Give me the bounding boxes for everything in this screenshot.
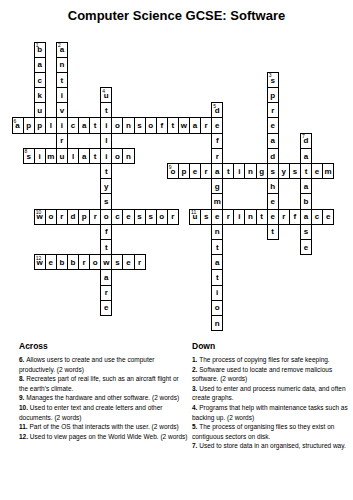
cell-letter: m (325, 168, 332, 176)
grid-cell[interactable]: t (211, 239, 223, 255)
cell-letter: i (238, 213, 240, 221)
clue-text: Recreates part of real life, such as an … (19, 375, 179, 392)
cell-letter: w (103, 259, 109, 267)
grid-cell[interactable]: e (267, 117, 279, 133)
grid-cell[interactable]: g (211, 178, 223, 194)
cell-letter: t (105, 244, 108, 252)
grid-cell[interactable]: f (211, 133, 223, 149)
grid-cell[interactable]: n (211, 315, 223, 331)
cell-letter: a (304, 153, 308, 161)
cell-letter: y (282, 168, 286, 176)
cell-letter: o (148, 122, 153, 130)
crossword-grid: 1b2aanct3ski4upuvt5dr6applicationsoftwar… (12, 42, 334, 331)
cell-letter: e (49, 259, 53, 267)
cell-letter: o (115, 122, 120, 130)
clue-text: The process of copying files for safe ke… (199, 356, 329, 363)
clue-text: Allows users to create and use the compu… (19, 356, 155, 373)
cell-letter: e (215, 122, 219, 130)
cell-letter: c (38, 77, 42, 85)
cell-letter: t (94, 122, 97, 130)
grid-cell[interactable]: r (100, 285, 112, 301)
clue-item: 7. Used to store data in an organised, s… (192, 441, 353, 451)
cell-letter: n (215, 320, 220, 328)
grid-cell[interactable]: a (34, 57, 46, 73)
down-clue-list: 1. The process of copying files for safe… (192, 355, 353, 451)
cell-letter: e (126, 213, 130, 221)
crossword-page: Computer Science GCSE: Software 1b2aanct… (0, 0, 353, 500)
cell-number-label: 11 (191, 210, 196, 215)
clue-text: Used to enter text and create letters an… (19, 404, 162, 421)
cell-letter: y (104, 183, 108, 191)
cell-letter: k (38, 92, 42, 100)
cell-letter: e (326, 213, 330, 221)
cell-letter: s (148, 213, 152, 221)
clue-text: Used to view pages on the World Wide Web… (30, 433, 188, 440)
cell-letter: d (270, 153, 275, 161)
grid-cell[interactable]: a (267, 133, 279, 149)
cell-number-label: 10 (36, 210, 42, 215)
cell-letter: a (215, 259, 219, 267)
grid-cell[interactable]: 3s (267, 72, 279, 88)
cell-letter: o (104, 213, 109, 221)
clue-item: 9. Manages the hardware and other softwa… (19, 393, 189, 403)
clue-item: 2. Software used to locate and remove ma… (192, 365, 353, 384)
clue-item: 12. Used to view pages on the World Wide… (19, 432, 189, 442)
grid-cell[interactable]: s (100, 193, 112, 209)
cell-letter: t (305, 168, 308, 176)
grid-cell[interactable]: t (56, 72, 68, 88)
down-clues-section: Down 1. The process of copying files for… (192, 341, 353, 451)
cell-letter: e (215, 213, 219, 221)
cell-letter: d (71, 213, 76, 221)
clue-text: The process of organising files so they … (192, 423, 334, 440)
cell-number-label: 8 (25, 149, 28, 154)
cell-letter: b (304, 198, 309, 206)
cell-letter: r (205, 122, 208, 130)
cell-letter: g (259, 168, 264, 176)
down-heading: Down (192, 341, 353, 351)
cell-letter: t (260, 213, 263, 221)
cell-letter: n (59, 61, 64, 69)
cell-letter: c (315, 213, 319, 221)
clue-item: 6. Allows users to create and use the co… (19, 355, 189, 374)
grid-cell[interactable]: a (100, 269, 112, 285)
grid-cell[interactable]: t (100, 163, 112, 179)
grid-cell[interactable]: b (300, 193, 312, 209)
grid-cell[interactable]: e (300, 239, 312, 255)
cell-letter: u (37, 107, 42, 115)
cell-letter: f (294, 213, 297, 221)
cell-letter: o (115, 153, 120, 161)
clue-item: 5. The process of organising files so th… (192, 422, 353, 441)
cell-letter: r (205, 168, 208, 176)
grid-cell[interactable]: u (34, 102, 46, 118)
clue-text: Software used to locate and remove malic… (192, 366, 332, 383)
grid-cell[interactable]: o (211, 300, 223, 316)
clue-item: 4. Programs that help with maintenance t… (192, 403, 353, 422)
cell-letter: e (304, 244, 308, 252)
grid-cell[interactable]: 2a (56, 42, 68, 58)
grid-cell[interactable]: v (56, 102, 68, 118)
grid-cell[interactable]: e (211, 117, 223, 133)
cell-letter: h (270, 183, 275, 191)
grid-cell[interactable]: t (100, 102, 112, 118)
cell-letter: s (293, 168, 297, 176)
cell-letter: p (182, 168, 187, 176)
cell-letter: f (105, 228, 108, 236)
grid-cell[interactable]: r (211, 148, 223, 164)
grid-cell[interactable]: a (300, 148, 312, 164)
cell-letter: i (39, 153, 41, 161)
cell-letter: e (126, 259, 130, 267)
cell-letter: r (216, 153, 219, 161)
cell-letter: l (72, 153, 74, 161)
cell-letter: r (171, 213, 174, 221)
clue-number: 10. (19, 404, 30, 411)
cell-letter: t (216, 274, 219, 282)
cell-letter: t (271, 228, 274, 236)
cell-letter: p (37, 122, 42, 130)
across-clue-list: 6. Allows users to create and use the co… (19, 355, 189, 441)
cell-letter: e (315, 168, 319, 176)
cell-number-label: 2 (58, 43, 61, 48)
cell-letter: i (216, 289, 218, 297)
cell-letter: b (71, 259, 76, 267)
cell-letter: r (105, 289, 108, 297)
grid-cell[interactable]: n (56, 57, 68, 73)
cell-letter: n (126, 122, 131, 130)
grid-cell[interactable]: f (100, 224, 112, 240)
grid-cell[interactable]: 4u (100, 87, 112, 103)
grid-cell[interactable]: m (322, 163, 334, 179)
grid-cell[interactable]: t (267, 224, 279, 240)
cell-letter: a (104, 274, 108, 282)
grid-cell[interactable]: d (267, 148, 279, 164)
cell-letter: r (271, 107, 274, 115)
cell-letter: r (94, 213, 97, 221)
cell-letter: a (82, 153, 86, 161)
cell-number-label: 5 (213, 104, 216, 109)
grid-cell[interactable]: a (300, 178, 312, 194)
cell-letter: s (270, 168, 274, 176)
cell-letter: r (83, 259, 86, 267)
cell-letter: u (59, 153, 64, 161)
cell-letter: i (105, 153, 107, 161)
cell-letter: o (48, 213, 53, 221)
clue-number: 11. (19, 423, 29, 430)
cell-number-label: 4 (102, 89, 105, 94)
cell-letter: c (71, 122, 75, 130)
grid-cell[interactable]: r (267, 102, 279, 118)
cell-letter: a (215, 168, 219, 176)
cell-letter: p (26, 122, 31, 130)
cell-letter: c (115, 213, 119, 221)
cell-letter: p (270, 92, 275, 100)
cell-letter: m (47, 153, 54, 161)
clue-item: 3. Used to enter and process numeric dat… (192, 384, 353, 403)
cell-number-label: 1 (36, 43, 39, 48)
cell-letter: n (248, 168, 253, 176)
grid-cell[interactable]: r (134, 254, 146, 270)
cell-letter: r (60, 137, 63, 145)
cell-letter: a (304, 183, 308, 191)
clue-text: Part of the OS that interacts with the u… (29, 423, 178, 430)
cell-letter: p (82, 213, 87, 221)
clue-text: Used to enter and process numeric data, … (192, 385, 346, 402)
clue-item: 10. Used to enter text and create letter… (19, 403, 189, 422)
grid-cell[interactable]: t (100, 239, 112, 255)
grid-cell[interactable]: r (167, 209, 179, 225)
cell-letter: t (61, 77, 64, 85)
cell-number-label: 6 (14, 119, 17, 124)
cell-letter: i (61, 122, 63, 130)
cell-letter: s (304, 228, 308, 236)
cell-letter: e (104, 304, 108, 312)
cell-letter: s (137, 213, 141, 221)
cell-letter: t (105, 168, 108, 176)
clue-item: 8. Recreates part of real life, such as … (19, 374, 189, 393)
cell-letter: t (227, 168, 230, 176)
cell-letter: r (282, 213, 285, 221)
cell-letter: s (104, 198, 108, 206)
grid-cell[interactable]: l (100, 133, 112, 149)
grid-cell[interactable]: n (211, 224, 223, 240)
cell-letter: e (193, 168, 197, 176)
cell-letter: a (304, 213, 308, 221)
cell-letter: r (138, 259, 141, 267)
cell-letter: e (270, 198, 274, 206)
cell-number-label: 9 (169, 165, 172, 170)
grid-cell[interactable]: s (300, 224, 312, 240)
cell-letter: g (215, 183, 220, 191)
grid-cell[interactable]: i (211, 285, 223, 301)
clue-text: Manages the hardware and other software.… (26, 394, 179, 401)
grid-cell[interactable]: e (100, 300, 112, 316)
grid-cell[interactable]: k (34, 87, 46, 103)
cell-letter: i (105, 122, 107, 130)
cell-letter: r (60, 213, 63, 221)
cell-letter: s (115, 259, 119, 267)
clue-item: 1. The process of copying files for safe… (192, 355, 353, 365)
cell-letter: a (193, 122, 197, 130)
across-heading: Across (19, 341, 189, 351)
cell-number-label: 12 (36, 256, 42, 261)
cell-letter: f (216, 137, 219, 145)
clue-text: Used to store data in an organised, stru… (199, 442, 346, 449)
cell-letter: o (159, 213, 164, 221)
cell-letter: i (238, 168, 240, 176)
grid-cell[interactable]: c (34, 72, 46, 88)
cell-number-label: 3 (269, 73, 272, 78)
grid-cell[interactable]: e (267, 193, 279, 209)
cell-letter: t (216, 244, 219, 252)
grid-cell[interactable]: r (56, 133, 68, 149)
cell-letter: a (38, 61, 42, 69)
cell-letter: l (105, 137, 107, 145)
cell-letter: n (215, 228, 220, 236)
page-title: Computer Science GCSE: Software (0, 8, 353, 23)
grid-cell[interactable]: p (267, 87, 279, 103)
grid-cell[interactable]: e (322, 209, 334, 225)
cell-letter: t (172, 122, 175, 130)
cell-letter: f (160, 122, 163, 130)
cell-letter: b (59, 259, 64, 267)
cell-letter: r (227, 213, 230, 221)
clue-item: 11. Part of the OS that interacts with t… (19, 422, 189, 432)
cell-letter: i (61, 92, 63, 100)
cell-letter: l (50, 122, 52, 130)
cell-letter: o (93, 259, 98, 267)
cell-letter: n (248, 213, 253, 221)
across-clues-section: Across 6. Allows users to create and use… (19, 341, 189, 441)
cell-letter: t (105, 107, 108, 115)
grid-cell[interactable]: t (211, 269, 223, 285)
cell-letter: o (215, 304, 220, 312)
grid-cell[interactable]: m (211, 193, 223, 209)
cell-letter: e (270, 122, 274, 130)
grid-cell[interactable]: 1b (34, 42, 46, 58)
cell-letter: m (214, 198, 221, 206)
grid-cell[interactable]: n (122, 148, 134, 164)
cell-letter: a (82, 122, 86, 130)
cell-letter: t (94, 153, 97, 161)
grid-cell[interactable]: a (211, 254, 223, 270)
grid-cell[interactable]: i (56, 87, 68, 103)
grid-cell[interactable]: 5d (211, 102, 223, 118)
cell-letter: n (126, 153, 131, 161)
grid-cell[interactable]: y (100, 178, 112, 194)
clue-text: Programs that help with maintenance task… (192, 404, 348, 421)
cell-letter: w (181, 122, 187, 130)
cell-letter: e (270, 213, 274, 221)
cell-letter: s (137, 122, 141, 130)
cell-letter: a (270, 137, 274, 145)
cell-letter: s (204, 213, 208, 221)
grid-cell[interactable]: h (267, 178, 279, 194)
cell-letter: v (60, 107, 64, 115)
clue-number: 12. (19, 433, 30, 440)
grid-cell[interactable]: 7d (300, 133, 312, 149)
cell-number-label: 7 (302, 134, 305, 139)
